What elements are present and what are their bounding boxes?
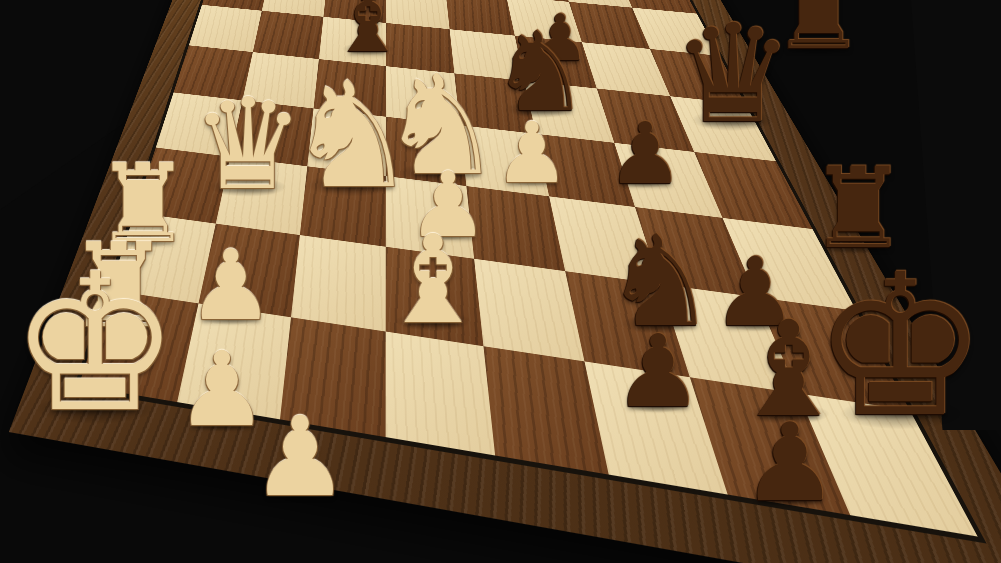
square-f1[interactable] (189, 5, 262, 53)
white-pawn-d3-on-d3[interactable]: ♟ (188, 237, 275, 334)
black-queen-on-f7[interactable]: ♛ (672, 6, 794, 142)
white-knight-e4-on-e4[interactable]: ♞ (287, 62, 418, 208)
white-bishop-on-c4[interactable]: ♝ (378, 219, 487, 341)
white-pawn-e6-on-e6[interactable]: ♟ (494, 111, 569, 195)
white-king-on-c1[interactable]: ♚ (10, 249, 180, 439)
square-b3[interactable] (291, 235, 386, 332)
black-pawn-e7-on-e7[interactable]: ♟ (607, 111, 683, 196)
black-pawn-b7-on-b7[interactable]: ♟ (742, 409, 839, 517)
black-pawn-b6-on-b6[interactable]: ♟ (613, 322, 703, 422)
white-pawn-b3-on-b3[interactable]: ♟ (251, 402, 350, 512)
white-queen-on-e3[interactable]: ♛ (192, 82, 305, 208)
photo-scene: ♜♝♟♞♛♞♟♟♞♛♟♜♜♟♝♞♟♜♟♚♚♝♟♟♟ (0, 0, 1001, 563)
